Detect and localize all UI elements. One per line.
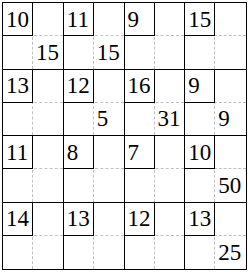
answer-cell[interactable] xyxy=(95,236,124,270)
clue-number: 14 xyxy=(6,207,29,230)
answer-cell[interactable]: 15 xyxy=(95,36,124,69)
puzzle-screenshot: 10 15 11 15 9 15 13 xyxy=(0,0,248,272)
clue-box: 9 xyxy=(125,3,155,36)
answer-cell[interactable] xyxy=(156,169,185,202)
clue-number: 16 xyxy=(128,74,151,97)
block-r3c3: 7 xyxy=(125,136,186,203)
answer-cell[interactable]: 31 xyxy=(156,103,185,136)
puzzle-board: 10 15 11 15 9 15 13 xyxy=(2,2,247,270)
answer-number: 15 xyxy=(36,41,59,64)
answer-cell[interactable]: 9 xyxy=(216,103,246,136)
block-r2c4: 9 9 xyxy=(185,70,246,137)
block-r4c4: 13 25 xyxy=(185,203,246,270)
block-r4c2: 13 xyxy=(64,203,125,270)
clue-number: 8 xyxy=(67,141,79,164)
answer-cell[interactable] xyxy=(156,36,185,69)
clue-number: 13 xyxy=(6,74,29,97)
block-r1c2: 11 15 xyxy=(64,3,125,70)
block-r3c1: 11 xyxy=(3,136,64,203)
clue-box: 16 xyxy=(125,70,155,103)
block-r1c3: 9 xyxy=(125,3,186,70)
clue-number: 15 xyxy=(188,8,211,31)
clue-number: 7 xyxy=(128,141,140,164)
answer-cell[interactable]: 5 xyxy=(95,103,124,136)
clue-box: 13 xyxy=(3,70,33,103)
answer-cell[interactable] xyxy=(34,169,63,202)
answer-number: 5 xyxy=(97,107,109,130)
clue-box: 11 xyxy=(64,3,94,36)
block-r1c4: 15 xyxy=(185,3,246,70)
answer-number: 31 xyxy=(158,107,181,130)
block-r3c4: 10 50 xyxy=(185,136,246,203)
answer-cell[interactable]: 15 xyxy=(34,36,63,69)
block-r4c3: 12 xyxy=(125,203,186,270)
answer-cell[interactable]: 50 xyxy=(216,169,246,202)
answer-cell[interactable] xyxy=(216,36,246,69)
answer-cell[interactable] xyxy=(34,103,63,136)
clue-box: 15 xyxy=(185,3,215,36)
answer-number: 15 xyxy=(97,41,120,64)
clue-box: 14 xyxy=(3,203,33,236)
block-r2c1: 13 xyxy=(3,70,64,137)
block-r2c3: 16 31 xyxy=(125,70,186,137)
clue-number: 10 xyxy=(6,8,29,31)
block-r4c1: 14 xyxy=(3,203,64,270)
clue-number: 11 xyxy=(6,141,28,164)
clue-number: 9 xyxy=(188,74,200,97)
answer-cell[interactable] xyxy=(34,236,63,270)
clue-number: 12 xyxy=(128,207,151,230)
answer-cell[interactable] xyxy=(95,169,124,202)
clue-box: 13 xyxy=(185,203,215,236)
clue-box: 8 xyxy=(64,136,94,169)
answer-cell[interactable]: 25 xyxy=(216,236,246,270)
answer-number: 50 xyxy=(218,174,241,197)
answer-cell[interactable] xyxy=(156,236,185,270)
block-r2c2: 12 5 xyxy=(64,70,125,137)
clue-number: 9 xyxy=(128,8,140,31)
clue-number: 11 xyxy=(67,8,89,31)
clue-box: 10 xyxy=(185,136,215,169)
clue-number: 12 xyxy=(67,74,90,97)
clue-box: 11 xyxy=(3,136,33,169)
block-r1c1: 10 15 xyxy=(3,3,64,70)
answer-number: 25 xyxy=(218,241,241,264)
clue-box: 7 xyxy=(125,136,155,169)
clue-box: 10 xyxy=(3,3,33,36)
clue-box: 13 xyxy=(64,203,94,236)
clue-number: 13 xyxy=(67,207,90,230)
clue-box: 12 xyxy=(64,70,94,103)
clue-box: 12 xyxy=(125,203,155,236)
block-r3c2: 8 xyxy=(64,136,125,203)
answer-number: 9 xyxy=(218,107,230,130)
clue-box: 9 xyxy=(185,70,215,103)
clue-number: 13 xyxy=(188,207,211,230)
clue-number: 10 xyxy=(188,141,211,164)
